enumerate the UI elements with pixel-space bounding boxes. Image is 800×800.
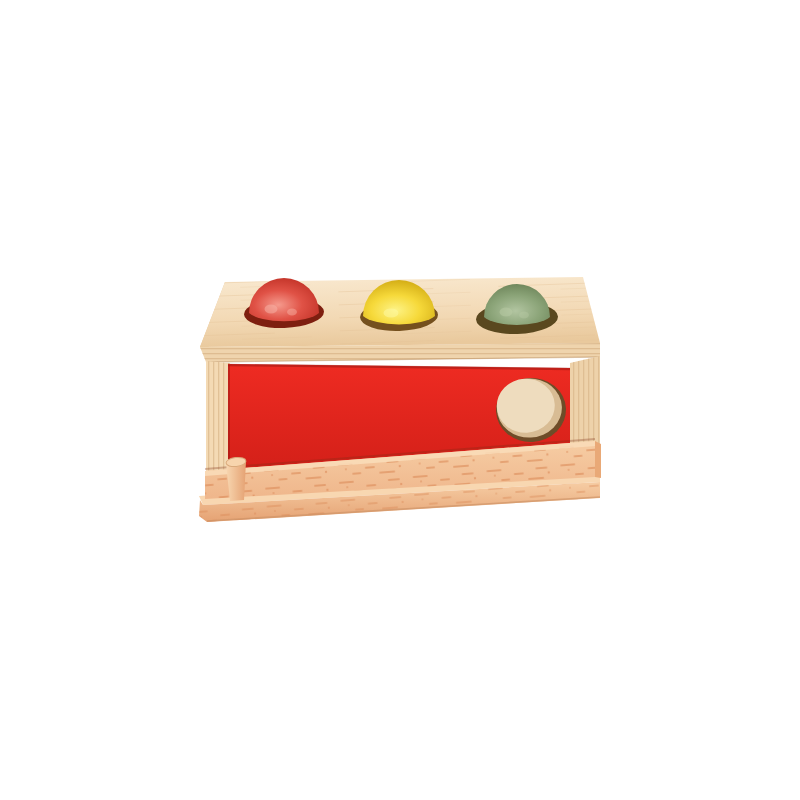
ball-green-highlight xyxy=(500,308,513,317)
ball-red-highlight xyxy=(287,309,297,316)
toy-illustration xyxy=(0,0,800,800)
ball-yellow-highlight xyxy=(384,309,399,318)
ball-holes xyxy=(244,278,559,335)
ball-green-highlight xyxy=(519,312,529,319)
ball-red-highlight xyxy=(265,305,278,314)
product-photo xyxy=(0,0,800,800)
beam-right-end xyxy=(595,441,601,478)
